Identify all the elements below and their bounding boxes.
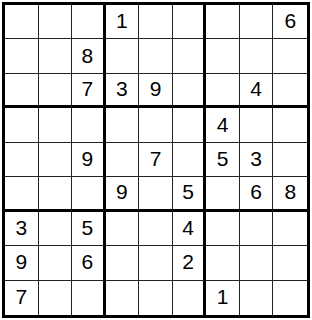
cell-r9c5[interactable]: [139, 281, 173, 315]
cell-r4c2[interactable]: [39, 108, 73, 142]
cell-r1c7[interactable]: [206, 5, 240, 39]
cell-r1c2[interactable]: [39, 5, 73, 39]
sudoku-screen: 168739449753956835496271: [0, 0, 312, 320]
cell-r5c5[interactable]: 7: [139, 143, 173, 177]
given-digit: 9: [116, 181, 128, 202]
cell-r3c2[interactable]: [39, 74, 73, 108]
cell-r6c6[interactable]: 5: [173, 177, 207, 211]
cell-r7c6[interactable]: 4: [173, 212, 207, 246]
cell-r5c3[interactable]: 9: [72, 143, 106, 177]
given-digit: 3: [15, 217, 27, 238]
cell-r3c7[interactable]: [206, 74, 240, 108]
cell-r7c4[interactable]: [106, 212, 140, 246]
given-digit: 9: [82, 148, 94, 169]
given-digit: 5: [182, 181, 194, 202]
cell-r5c1[interactable]: [5, 143, 39, 177]
cell-r7c9[interactable]: [273, 212, 307, 246]
cell-r4c8[interactable]: [240, 108, 274, 142]
cell-r6c2[interactable]: [39, 177, 73, 211]
given-digit: 8: [82, 45, 94, 66]
cell-r1c9[interactable]: 6: [273, 5, 307, 39]
cell-r5c2[interactable]: [39, 143, 73, 177]
given-digit: 5: [217, 148, 229, 169]
given-digit: 3: [250, 148, 262, 169]
cell-r2c7[interactable]: [206, 39, 240, 73]
cell-r9c6[interactable]: [173, 281, 207, 315]
cell-r3c5[interactable]: 9: [139, 74, 173, 108]
cell-r3c8[interactable]: 4: [240, 74, 274, 108]
cell-r9c1[interactable]: 7: [5, 281, 39, 315]
cell-r8c9[interactable]: [273, 246, 307, 280]
cell-r2c6[interactable]: [173, 39, 207, 73]
cell-r5c9[interactable]: [273, 143, 307, 177]
cell-r7c5[interactable]: [139, 212, 173, 246]
cell-r1c5[interactable]: [139, 5, 173, 39]
given-digit: 1: [217, 286, 229, 307]
cell-r6c3[interactable]: [72, 177, 106, 211]
cell-r1c3[interactable]: [72, 5, 106, 39]
cell-r5c6[interactable]: [173, 143, 207, 177]
cell-r8c5[interactable]: [139, 246, 173, 280]
cell-r4c9[interactable]: [273, 108, 307, 142]
given-digit: 1: [116, 10, 128, 31]
given-digit: 6: [284, 10, 296, 31]
cell-r9c7[interactable]: 1: [206, 281, 240, 315]
cell-r2c9[interactable]: [273, 39, 307, 73]
cell-r2c8[interactable]: [240, 39, 274, 73]
cell-r7c2[interactable]: [39, 212, 73, 246]
cell-r2c2[interactable]: [39, 39, 73, 73]
cell-r4c3[interactable]: [72, 108, 106, 142]
cell-r5c4[interactable]: [106, 143, 140, 177]
cell-r2c3[interactable]: 8: [72, 39, 106, 73]
cell-r2c5[interactable]: [139, 39, 173, 73]
cell-r5c7[interactable]: 5: [206, 143, 240, 177]
cell-r8c1[interactable]: 9: [5, 246, 39, 280]
given-digit: 5: [82, 217, 94, 238]
cell-r5c8[interactable]: 3: [240, 143, 274, 177]
cell-r9c9[interactable]: [273, 281, 307, 315]
cell-r9c3[interactable]: [72, 281, 106, 315]
cell-r4c5[interactable]: [139, 108, 173, 142]
given-digit: 7: [15, 286, 27, 307]
given-digit: 7: [82, 78, 94, 99]
cell-r2c1[interactable]: [5, 39, 39, 73]
given-digit: 4: [250, 78, 262, 99]
cell-r1c1[interactable]: [5, 5, 39, 39]
cell-r8c3[interactable]: 6: [72, 246, 106, 280]
cell-r4c6[interactable]: [173, 108, 207, 142]
cell-r8c7[interactable]: [206, 246, 240, 280]
cell-r8c6[interactable]: 2: [173, 246, 207, 280]
sudoku-board: 168739449753956835496271: [2, 2, 310, 318]
given-digit: 6: [250, 181, 262, 202]
cell-r3c3[interactable]: 7: [72, 74, 106, 108]
cell-r6c7[interactable]: [206, 177, 240, 211]
cell-r1c4[interactable]: 1: [106, 5, 140, 39]
cell-r4c4[interactable]: [106, 108, 140, 142]
cell-r1c8[interactable]: [240, 5, 274, 39]
given-digit: 7: [150, 148, 162, 169]
cell-r3c6[interactable]: [173, 74, 207, 108]
cell-r3c4[interactable]: 3: [106, 74, 140, 108]
cell-r6c1[interactable]: [5, 177, 39, 211]
cell-r9c2[interactable]: [39, 281, 73, 315]
given-digit: 8: [284, 181, 296, 202]
cell-r2c4[interactable]: [106, 39, 140, 73]
cell-r9c4[interactable]: [106, 281, 140, 315]
cell-r4c7[interactable]: 4: [206, 108, 240, 142]
cell-r6c8[interactable]: 6: [240, 177, 274, 211]
cell-r3c9[interactable]: [273, 74, 307, 108]
cell-r7c8[interactable]: [240, 212, 274, 246]
given-digit: 3: [116, 78, 128, 99]
cell-r1c6[interactable]: [173, 5, 207, 39]
cell-r8c8[interactable]: [240, 246, 274, 280]
cell-r6c5[interactable]: [139, 177, 173, 211]
cell-r3c1[interactable]: [5, 74, 39, 108]
cell-r8c4[interactable]: [106, 246, 140, 280]
given-digit: 9: [150, 78, 162, 99]
given-digit: 4: [182, 217, 194, 238]
cell-r7c1[interactable]: 3: [5, 212, 39, 246]
given-digit: 6: [82, 251, 94, 272]
cell-r7c3[interactable]: 5: [72, 212, 106, 246]
cell-r7c7[interactable]: [206, 212, 240, 246]
given-digit: 2: [182, 251, 194, 272]
cell-r4c1[interactable]: [5, 108, 39, 142]
given-digit: 4: [217, 114, 229, 135]
cell-r8c2[interactable]: [39, 246, 73, 280]
cell-r6c9[interactable]: 8: [273, 177, 307, 211]
cell-r9c8[interactable]: [240, 281, 274, 315]
given-digit: 9: [15, 251, 27, 272]
cell-r6c4[interactable]: 9: [106, 177, 140, 211]
